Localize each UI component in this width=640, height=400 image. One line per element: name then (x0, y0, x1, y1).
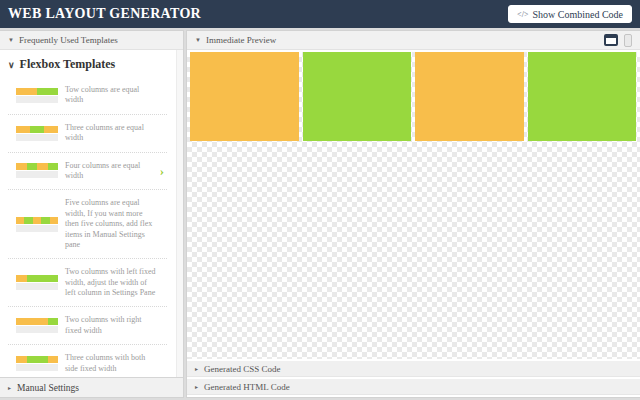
thumbnail-base-bar (16, 134, 58, 141)
template-description: Two columns with right fixed width (65, 315, 157, 336)
preview-column-green (303, 52, 412, 141)
orange-segment (44, 126, 58, 133)
orange-segment (16, 217, 24, 224)
triangle-right-icon: ▸ (195, 384, 198, 390)
thumbnail-base-bar (16, 96, 58, 103)
orange-segment (16, 356, 27, 363)
templates-list: ∨ Flexbox Templates Tow columns are equa… (0, 50, 183, 377)
thumbnail-base-bar (16, 171, 58, 178)
orange-segment (16, 126, 30, 133)
template-list-item[interactable]: Tow columns are equal width (8, 77, 167, 115)
orange-segment (48, 356, 59, 363)
manual-settings-header[interactable]: ▸ Manual Settings (0, 377, 183, 397)
main-layout: ▼ Frequently Used Templates ∨ Flexbox Te… (0, 28, 640, 397)
template-description: Four columns are equal width (65, 161, 153, 182)
template-thumbnail (16, 356, 58, 371)
triangle-down-icon: ▼ (195, 37, 201, 43)
thumbnail-base-bar (16, 283, 58, 290)
code-icon: </> (517, 10, 528, 19)
template-description: Tow columns are equal width (65, 85, 157, 106)
orange-segment (50, 217, 58, 224)
immediate-preview-label: Immediate Preview (206, 35, 276, 45)
green-segment (41, 217, 49, 224)
triangle-right-icon: ▸ (8, 385, 11, 391)
device-toggle-icons (604, 34, 632, 47)
manual-settings-label: Manual Settings (17, 383, 79, 393)
immediate-preview-header[interactable]: ▼ Immediate Preview (187, 31, 640, 50)
template-description: Three columns are equal width (65, 123, 157, 144)
orange-segment (37, 163, 48, 170)
preview-canvas (187, 50, 640, 359)
template-items: Tow columns are equal width Three column… (8, 77, 167, 377)
show-combined-code-label: Show Combined Code (532, 9, 623, 20)
generated-css-label: Generated CSS Code (204, 364, 281, 374)
template-list-item[interactable]: Three columns with both side fixed width (8, 345, 167, 377)
template-thumbnail (16, 88, 58, 103)
selected-chevron-icon: › (160, 163, 164, 179)
flexbox-templates-heading[interactable]: ∨ Flexbox Templates (8, 54, 167, 77)
preview-flex-container (190, 52, 636, 141)
template-list-item[interactable]: Two columns with right fixed width (8, 307, 167, 345)
green-segment (27, 275, 59, 282)
preview-panel: ▼ Immediate Preview ▸ Generated CSS Code… (187, 31, 640, 397)
sidebar-scrollbar[interactable] (176, 50, 183, 377)
templates-panel-header[interactable]: ▼ Frequently Used Templates (0, 31, 183, 50)
template-thumbnail (16, 126, 58, 141)
orange-segment (16, 88, 37, 95)
green-segment (27, 356, 48, 363)
desktop-view-icon[interactable] (604, 34, 618, 46)
flexbox-templates-label: Flexbox Templates (20, 57, 116, 72)
green-segment (27, 163, 38, 170)
app-header: WEB LAYOUT GENERATOR </> Show Combined C… (0, 0, 640, 28)
show-combined-code-button[interactable]: </> Show Combined Code (508, 5, 632, 23)
orange-segment (16, 318, 48, 325)
generated-css-header[interactable]: ▸ Generated CSS Code (187, 359, 640, 377)
orange-segment (16, 163, 27, 170)
green-segment (37, 88, 58, 95)
templates-sidebar: ▼ Frequently Used Templates ∨ Flexbox Te… (0, 31, 183, 397)
orange-segment (33, 217, 41, 224)
template-list-item[interactable]: Five columns are equal width, If you wan… (8, 190, 167, 259)
template-thumbnail (16, 318, 58, 333)
template-description: Five columns are equal width, If you wan… (65, 198, 157, 250)
orange-segment (16, 275, 27, 282)
triangle-right-icon: ▸ (195, 366, 198, 372)
template-description: Two columns with left fixed width, adjus… (65, 267, 157, 298)
preview-column-orange (415, 52, 524, 141)
template-thumbnail (16, 275, 58, 290)
thumbnail-base-bar (16, 364, 58, 371)
green-segment (48, 163, 59, 170)
template-list-item[interactable]: Two columns with left fixed width, adjus… (8, 259, 167, 307)
generated-html-label: Generated HTML Code (204, 382, 290, 392)
template-thumbnail (16, 163, 58, 178)
thumbnail-base-bar (16, 225, 58, 232)
preview-column-orange (190, 52, 299, 141)
generated-html-header[interactable]: ▸ Generated HTML Code (187, 377, 640, 395)
app-title: WEB LAYOUT GENERATOR (8, 6, 201, 22)
green-segment (24, 217, 32, 224)
green-segment (30, 126, 44, 133)
mobile-view-icon[interactable] (624, 34, 632, 47)
thumbnail-base-bar (16, 326, 58, 333)
templates-panel-title: Frequently Used Templates (19, 35, 118, 45)
template-thumbnail (16, 217, 58, 232)
template-list-item[interactable]: Four columns are equal width › (8, 153, 167, 191)
triangle-down-icon: ▼ (8, 37, 14, 43)
template-list-item[interactable]: Three columns are equal width (8, 115, 167, 153)
template-description: Three columns with both side fixed width (65, 353, 157, 374)
preview-column-green (528, 52, 637, 141)
green-segment (48, 318, 59, 325)
chevron-down-icon: ∨ (8, 60, 15, 70)
